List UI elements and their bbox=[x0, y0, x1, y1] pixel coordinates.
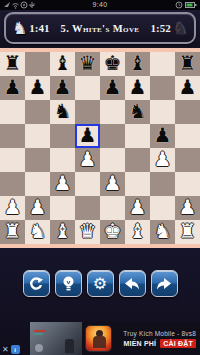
square-h4[interactable] bbox=[175, 148, 200, 172]
white-pawn: ♟ bbox=[0, 196, 25, 219]
square-d8[interactable]: ♛ bbox=[75, 52, 100, 76]
black-pawn: ♟ bbox=[100, 76, 125, 99]
black-rook: ♜ bbox=[0, 52, 25, 75]
black-pawn: ♟ bbox=[175, 76, 200, 99]
gear-icon: ⚙ bbox=[93, 276, 107, 292]
square-h6[interactable] bbox=[175, 100, 200, 124]
square-b7[interactable]: ♟ bbox=[25, 76, 50, 100]
square-f8[interactable]: ♝ bbox=[125, 52, 150, 76]
square-d7[interactable] bbox=[75, 76, 100, 100]
ad-game-screenshot bbox=[30, 322, 82, 355]
square-b5[interactable] bbox=[25, 124, 50, 148]
square-h8[interactable]: ♜ bbox=[175, 52, 200, 76]
app-notification-icon bbox=[4, 2, 10, 7]
square-e2[interactable] bbox=[100, 196, 125, 220]
status-bar: 9:40 bbox=[0, 0, 200, 10]
black-pawn: ♟ bbox=[75, 124, 100, 147]
ad-app-icon[interactable] bbox=[85, 325, 112, 352]
square-e8[interactable]: ♚ bbox=[100, 52, 125, 76]
bottom-panel: ⚙ Truy Kích Mobile - 8vs8 MIỄN PHÍ bbox=[0, 248, 200, 355]
ad-banner[interactable]: Truy Kích Mobile - 8vs8 MIỄN PHÍ CÀI ĐẶT bbox=[30, 322, 200, 355]
data-icon bbox=[21, 2, 27, 8]
square-a6[interactable] bbox=[0, 100, 25, 124]
black-bishop: ♝ bbox=[50, 52, 75, 75]
square-c4[interactable] bbox=[50, 148, 75, 172]
square-g1[interactable]: ♞ bbox=[150, 220, 175, 244]
square-g4[interactable]: ♟ bbox=[150, 148, 175, 172]
black-pawn: ♟ bbox=[150, 124, 175, 147]
white-pawn: ♟ bbox=[50, 172, 75, 195]
status-icons-right bbox=[175, 1, 197, 9]
square-g3[interactable] bbox=[150, 172, 175, 196]
black-pawn: ♟ bbox=[50, 76, 75, 99]
hint-button[interactable] bbox=[55, 270, 82, 297]
status-time: 9:40 bbox=[93, 1, 108, 8]
white-bishop: ♝ bbox=[50, 220, 75, 243]
white-bishop: ♝ bbox=[125, 220, 150, 243]
square-d4[interactable]: ♟ bbox=[75, 148, 100, 172]
ad-close-icon[interactable]: ✕ bbox=[2, 345, 9, 354]
square-c5[interactable] bbox=[50, 124, 75, 148]
square-f3[interactable] bbox=[125, 172, 150, 196]
square-d2[interactable] bbox=[75, 196, 100, 220]
square-g7[interactable] bbox=[150, 76, 175, 100]
square-h5[interactable] bbox=[175, 124, 200, 148]
square-a5[interactable] bbox=[0, 124, 25, 148]
square-f1[interactable]: ♝ bbox=[125, 220, 150, 244]
square-c7[interactable]: ♟ bbox=[50, 76, 75, 100]
square-f2[interactable]: ♟ bbox=[125, 196, 150, 220]
notification-icons bbox=[3, 1, 37, 9]
white-pawn: ♟ bbox=[75, 148, 100, 171]
square-h3[interactable] bbox=[175, 172, 200, 196]
square-b3[interactable] bbox=[25, 172, 50, 196]
black-clock: 1:52 bbox=[151, 22, 171, 34]
white-king: ♚ bbox=[100, 220, 125, 243]
white-clock-group: ♞ 1:41 bbox=[12, 20, 49, 37]
square-h1[interactable]: ♜ bbox=[175, 220, 200, 244]
white-pawn: ♟ bbox=[175, 196, 200, 219]
undo-button[interactable] bbox=[119, 270, 146, 297]
square-g6[interactable] bbox=[150, 100, 175, 124]
white-knight-icon: ♞ bbox=[12, 20, 27, 37]
header: ♞ 1:41 5. White's Move 1:52 ♞ bbox=[0, 10, 200, 48]
square-g8[interactable] bbox=[150, 52, 175, 76]
white-pawn: ♟ bbox=[150, 148, 175, 171]
usb-icon bbox=[30, 2, 34, 8]
black-clock-group: 1:52 ♞ bbox=[151, 20, 188, 37]
adchoices-icon[interactable]: i bbox=[11, 345, 20, 354]
square-e4[interactable] bbox=[100, 148, 125, 172]
ad-title: Truy Kích Mobile - 8vs8 bbox=[123, 330, 196, 337]
ad-text: Truy Kích Mobile - 8vs8 MIỄN PHÍ CÀI ĐẶT bbox=[115, 330, 200, 348]
white-knight: ♞ bbox=[25, 220, 50, 243]
black-bishop: ♝ bbox=[125, 52, 150, 75]
wifi-icon bbox=[13, 4, 19, 9]
square-b1[interactable]: ♞ bbox=[25, 220, 50, 244]
square-a7[interactable]: ♟ bbox=[0, 76, 25, 100]
square-d1[interactable]: ♛ bbox=[75, 220, 100, 244]
black-pawn: ♟ bbox=[25, 76, 50, 99]
square-e6[interactable] bbox=[100, 100, 125, 124]
square-c6[interactable]: ♞ bbox=[50, 100, 75, 124]
ad-controls: ✕ i bbox=[2, 345, 20, 354]
arrow-right-icon bbox=[156, 277, 172, 291]
black-rook: ♜ bbox=[175, 52, 200, 75]
black-knight-icon: ♞ bbox=[173, 20, 188, 37]
white-queen: ♛ bbox=[75, 220, 100, 243]
square-b2[interactable]: ♟ bbox=[25, 196, 50, 220]
square-d5[interactable]: ♟ bbox=[75, 124, 100, 148]
white-knight: ♞ bbox=[150, 220, 175, 243]
ad-screenshot-joystick bbox=[35, 344, 43, 352]
square-a1[interactable]: ♜ bbox=[0, 220, 25, 244]
page-title: 5. White's Move bbox=[61, 23, 140, 34]
white-pawn: ♟ bbox=[25, 196, 50, 219]
clock-frame: ♞ 1:41 5. White's Move 1:52 ♞ bbox=[4, 12, 196, 44]
square-d3[interactable] bbox=[75, 172, 100, 196]
battery-icon bbox=[185, 1, 197, 9]
square-e3[interactable]: ♟ bbox=[100, 172, 125, 196]
black-king: ♚ bbox=[100, 52, 125, 75]
square-b6[interactable] bbox=[25, 100, 50, 124]
settings-button[interactable]: ⚙ bbox=[87, 270, 114, 297]
square-g5[interactable]: ♟ bbox=[150, 124, 175, 148]
white-rook: ♜ bbox=[175, 220, 200, 243]
square-f4[interactable] bbox=[125, 148, 150, 172]
square-a8[interactable]: ♜ bbox=[0, 52, 25, 76]
square-d6[interactable] bbox=[75, 100, 100, 124]
toolbar: ⚙ bbox=[0, 248, 200, 297]
square-c8[interactable]: ♝ bbox=[50, 52, 75, 76]
black-pawn: ♟ bbox=[125, 76, 150, 99]
ad-icon-character-body bbox=[93, 336, 106, 348]
square-f7[interactable]: ♟ bbox=[125, 76, 150, 100]
square-g2[interactable] bbox=[150, 196, 175, 220]
ad-screenshot-character bbox=[65, 339, 74, 353]
lightbulb-icon bbox=[62, 276, 75, 292]
square-e5[interactable] bbox=[100, 124, 125, 148]
square-e7[interactable]: ♟ bbox=[100, 76, 125, 100]
chess-board: ♜♝♛♚♝♜♟♟♟♟♟♟♞♞♟♟♟♟♟♟♟♟♟♟♜♞♝♛♚♝♞♜ bbox=[0, 52, 200, 244]
square-b4[interactable] bbox=[25, 148, 50, 172]
ad-price-label: MIỄN PHÍ bbox=[123, 340, 156, 347]
white-pawn: ♟ bbox=[125, 196, 150, 219]
arrow-left-icon bbox=[124, 277, 140, 291]
alarm-icon bbox=[175, 1, 183, 9]
black-knight: ♞ bbox=[50, 100, 75, 123]
square-c2[interactable] bbox=[50, 196, 75, 220]
square-e1[interactable]: ♚ bbox=[100, 220, 125, 244]
ad-screenshot-bar bbox=[34, 333, 43, 335]
circular-arrow-icon bbox=[28, 276, 44, 292]
square-h7[interactable]: ♟ bbox=[175, 76, 200, 100]
ad-cta-row: MIỄN PHÍ CÀI ĐẶT bbox=[123, 339, 196, 348]
square-h2[interactable]: ♟ bbox=[175, 196, 200, 220]
square-a2[interactable]: ♟ bbox=[0, 196, 25, 220]
square-b8[interactable] bbox=[25, 52, 50, 76]
square-a3[interactable] bbox=[0, 172, 25, 196]
square-a4[interactable] bbox=[0, 148, 25, 172]
board-area: ♜♝♛♚♝♜♟♟♟♟♟♟♞♞♟♟♟♟♟♟♟♟♟♟♜♞♝♛♚♝♞♜ bbox=[0, 48, 200, 248]
square-c1[interactable]: ♝ bbox=[50, 220, 75, 244]
square-f5[interactable] bbox=[125, 124, 150, 148]
white-rook: ♜ bbox=[0, 220, 25, 243]
restart-button[interactable] bbox=[23, 270, 50, 297]
black-queen: ♛ bbox=[75, 52, 100, 75]
status-icons-left bbox=[3, 1, 37, 9]
black-knight: ♞ bbox=[125, 100, 150, 123]
white-clock: 1:41 bbox=[29, 22, 49, 34]
ad-install-button[interactable]: CÀI ĐẶT bbox=[160, 339, 196, 348]
redo-button[interactable] bbox=[151, 270, 178, 297]
square-c3[interactable]: ♟ bbox=[50, 172, 75, 196]
square-f6[interactable]: ♞ bbox=[125, 100, 150, 124]
black-pawn: ♟ bbox=[0, 76, 25, 99]
ad-screenshot-healthbar bbox=[34, 330, 46, 332]
white-pawn: ♟ bbox=[100, 172, 125, 195]
